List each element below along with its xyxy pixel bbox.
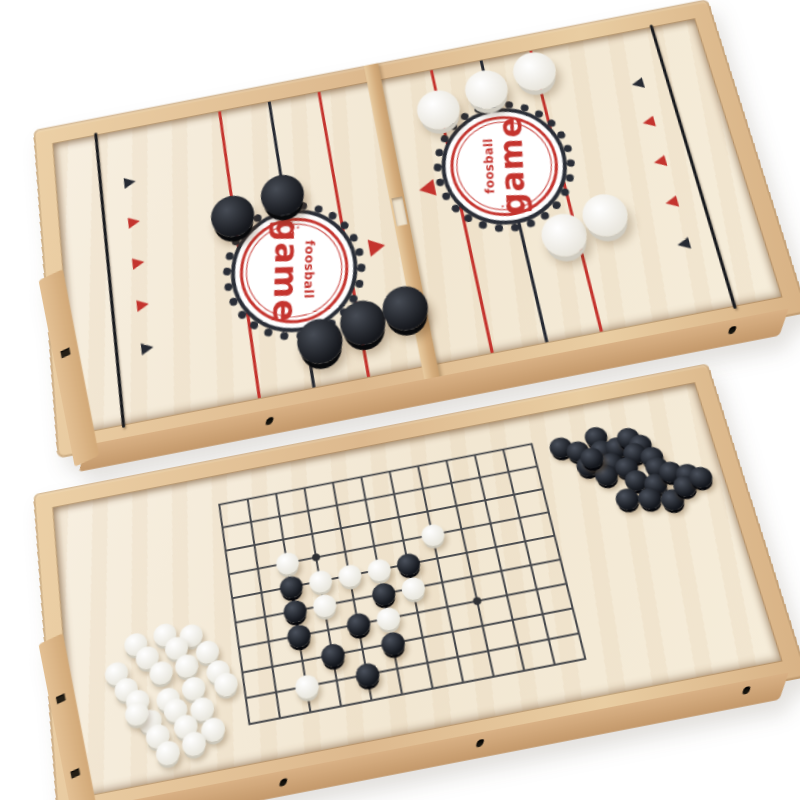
white-stone[interactable] <box>311 592 337 618</box>
black-stone[interactable] <box>395 551 422 576</box>
screw-hole <box>278 778 288 787</box>
direction-arrow-icon <box>124 176 137 189</box>
white-stone[interactable] <box>365 557 391 583</box>
screw-hole <box>264 417 274 426</box>
direction-arrow-icon <box>128 216 141 229</box>
white-pucks-group <box>380 19 694 80</box>
gate-arrow-icon <box>368 237 387 257</box>
black-stone[interactable] <box>278 574 304 600</box>
logo-word-game: game <box>269 218 302 323</box>
direction-arrow-icon <box>641 116 656 129</box>
white-stone[interactable] <box>274 550 300 575</box>
white-puck[interactable] <box>509 49 560 94</box>
white-stone[interactable] <box>374 605 401 631</box>
black-stone[interactable] <box>345 611 372 637</box>
mortise-hole <box>70 768 80 779</box>
direction-arrow-icon <box>630 77 644 90</box>
elastic-cord[interactable] <box>94 133 125 428</box>
black-stone[interactable] <box>379 630 406 657</box>
puck-gate-slot <box>391 196 407 226</box>
white-stone[interactable] <box>336 563 362 589</box>
star-point <box>472 597 482 606</box>
black-stone-tray <box>539 391 723 529</box>
foosball-game-logo: foosball game ∴ <box>440 106 570 226</box>
product-photo: foosball game ∴ <box>0 0 800 800</box>
sling-right-half: foosball game ∴ <box>380 19 781 364</box>
white-stone-tray <box>78 612 244 784</box>
white-stone[interactable] <box>293 673 320 700</box>
gomoku-grid[interactable] <box>218 443 586 725</box>
sling-left-half: foosball game ∴ <box>53 83 421 434</box>
white-stone[interactable] <box>307 568 333 594</box>
screw-hole <box>727 326 737 335</box>
star-point <box>312 553 321 562</box>
white-stone[interactable] <box>419 522 446 547</box>
black-pucks-group <box>53 83 367 144</box>
direction-arrow-icon <box>141 341 154 355</box>
direction-arrow-icon <box>653 155 668 168</box>
mortise-hole <box>56 694 66 705</box>
direction-arrow-icon <box>132 256 145 270</box>
black-stone[interactable] <box>370 581 397 607</box>
gate-arrow-icon <box>418 179 437 198</box>
white-stone[interactable] <box>399 575 426 601</box>
black-stone[interactable] <box>285 623 311 649</box>
direction-arrow-icon <box>664 195 679 209</box>
mortise-hole <box>61 348 71 359</box>
screw-hole <box>742 686 752 695</box>
direction-arrow-icon <box>136 298 149 312</box>
black-stone[interactable] <box>282 598 308 624</box>
black-stone[interactable] <box>319 642 346 669</box>
screw-hole <box>475 739 485 748</box>
direction-arrow-icon <box>676 237 691 251</box>
arrow-strip <box>53 83 367 144</box>
black-stone[interactable] <box>353 661 380 688</box>
